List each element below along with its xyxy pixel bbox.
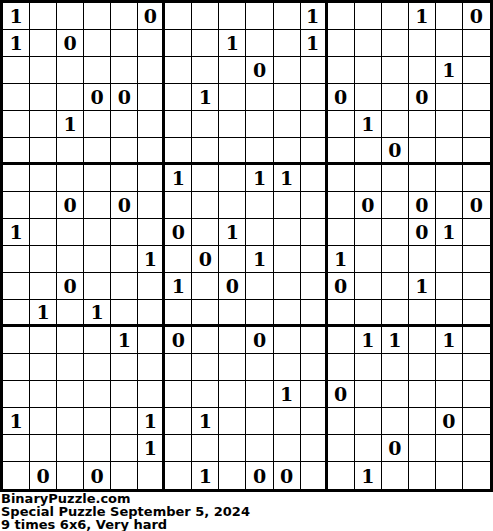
cell-r7c13[interactable]	[328, 165, 355, 192]
cell-r16c4[interactable]	[84, 408, 111, 435]
given-cell-r7c11[interactable]: 1	[274, 165, 301, 192]
cell-r7c17[interactable]	[436, 165, 463, 192]
cell-r8c11[interactable]	[274, 192, 301, 219]
given-cell-r13c5[interactable]: 1	[111, 327, 138, 354]
cell-r7c3[interactable]	[57, 165, 84, 192]
cell-r16c15[interactable]	[382, 408, 409, 435]
given-cell-r8c16[interactable]: 0	[409, 192, 436, 219]
given-cell-r3c17[interactable]: 1	[436, 57, 463, 84]
cell-r14c16[interactable]	[409, 354, 436, 381]
cell-r16c12[interactable]	[301, 408, 328, 435]
cell-r10c17[interactable]	[436, 246, 463, 273]
cell-r6c3[interactable]	[57, 138, 84, 165]
cell-r15c10[interactable]	[246, 381, 273, 408]
cell-r3c3[interactable]	[57, 57, 84, 84]
cell-r16c10[interactable]	[246, 408, 273, 435]
given-cell-r1c18[interactable]: 0	[463, 3, 490, 30]
cell-r2c13[interactable]	[328, 30, 355, 57]
given-cell-r4c13[interactable]: 0	[328, 84, 355, 111]
cell-r5c17[interactable]	[436, 111, 463, 138]
cell-r8c6[interactable]	[138, 192, 165, 219]
cell-r5c6[interactable]	[138, 111, 165, 138]
cell-r6c1[interactable]	[3, 138, 30, 165]
cell-r12c14[interactable]	[355, 300, 382, 327]
cell-r14c14[interactable]	[355, 354, 382, 381]
given-cell-r9c1[interactable]: 1	[3, 219, 30, 246]
cell-r12c12[interactable]	[301, 300, 328, 327]
given-cell-r8c18[interactable]: 0	[463, 192, 490, 219]
cell-r1c4[interactable]	[84, 3, 111, 30]
cell-r3c7[interactable]	[165, 57, 192, 84]
cell-r10c5[interactable]	[111, 246, 138, 273]
cell-r18c5[interactable]	[111, 462, 138, 489]
cell-r2c2[interactable]	[30, 30, 57, 57]
cell-r13c8[interactable]	[192, 327, 219, 354]
cell-r7c6[interactable]	[138, 165, 165, 192]
cell-r18c9[interactable]	[219, 462, 246, 489]
cell-r12c8[interactable]	[192, 300, 219, 327]
cell-r12c9[interactable]	[219, 300, 246, 327]
cell-r10c18[interactable]	[463, 246, 490, 273]
cell-r9c15[interactable]	[382, 219, 409, 246]
cell-r3c15[interactable]	[382, 57, 409, 84]
cell-r14c1[interactable]	[3, 354, 30, 381]
cell-r8c12[interactable]	[301, 192, 328, 219]
cell-r12c17[interactable]	[436, 300, 463, 327]
cell-r1c14[interactable]	[355, 3, 382, 30]
given-cell-r18c8[interactable]: 1	[192, 462, 219, 489]
cell-r1c10[interactable]	[246, 3, 273, 30]
given-cell-r9c16[interactable]: 0	[409, 219, 436, 246]
cell-r11c18[interactable]	[463, 273, 490, 300]
cell-r2c5[interactable]	[111, 30, 138, 57]
given-cell-r18c10[interactable]: 0	[246, 462, 273, 489]
given-cell-r13c17[interactable]: 1	[436, 327, 463, 354]
cell-r17c2[interactable]	[30, 435, 57, 462]
cell-r10c7[interactable]	[165, 246, 192, 273]
cell-r11c17[interactable]	[436, 273, 463, 300]
cell-r11c12[interactable]	[301, 273, 328, 300]
cell-r2c15[interactable]	[382, 30, 409, 57]
cell-r3c2[interactable]	[30, 57, 57, 84]
cell-r12c16[interactable]	[409, 300, 436, 327]
cell-r2c14[interactable]	[355, 30, 382, 57]
cell-r17c18[interactable]	[463, 435, 490, 462]
cell-r5c9[interactable]	[219, 111, 246, 138]
cell-r18c15[interactable]	[382, 462, 409, 489]
cell-r12c5[interactable]	[111, 300, 138, 327]
cell-r12c11[interactable]	[274, 300, 301, 327]
cell-r8c1[interactable]	[3, 192, 30, 219]
cell-r4c10[interactable]	[246, 84, 273, 111]
cell-r17c17[interactable]	[436, 435, 463, 462]
cell-r4c14[interactable]	[355, 84, 382, 111]
given-cell-r11c13[interactable]: 0	[328, 273, 355, 300]
cell-r12c7[interactable]	[165, 300, 192, 327]
given-cell-r4c5[interactable]: 0	[111, 84, 138, 111]
cell-r8c13[interactable]	[328, 192, 355, 219]
cell-r1c5[interactable]	[111, 3, 138, 30]
cell-r10c14[interactable]	[355, 246, 382, 273]
cell-r2c11[interactable]	[274, 30, 301, 57]
cell-r11c14[interactable]	[355, 273, 382, 300]
cell-r14c9[interactable]	[219, 354, 246, 381]
cell-r1c13[interactable]	[328, 3, 355, 30]
cell-r10c2[interactable]	[30, 246, 57, 273]
cell-r4c7[interactable]	[165, 84, 192, 111]
cell-r4c9[interactable]	[219, 84, 246, 111]
cell-r3c12[interactable]	[301, 57, 328, 84]
cell-r13c18[interactable]	[463, 327, 490, 354]
cell-r12c3[interactable]	[57, 300, 84, 327]
cell-r15c5[interactable]	[111, 381, 138, 408]
cell-r14c15[interactable]	[382, 354, 409, 381]
cell-r18c7[interactable]	[165, 462, 192, 489]
cell-r2c7[interactable]	[165, 30, 192, 57]
cell-r3c11[interactable]	[274, 57, 301, 84]
cell-r14c10[interactable]	[246, 354, 273, 381]
given-cell-r16c17[interactable]: 0	[436, 408, 463, 435]
cell-r2c4[interactable]	[84, 30, 111, 57]
cell-r18c16[interactable]	[409, 462, 436, 489]
cell-r3c1[interactable]	[3, 57, 30, 84]
cell-r16c16[interactable]	[409, 408, 436, 435]
cell-r9c5[interactable]	[111, 219, 138, 246]
cell-r8c4[interactable]	[84, 192, 111, 219]
cell-r15c15[interactable]	[382, 381, 409, 408]
given-cell-r16c8[interactable]: 1	[192, 408, 219, 435]
given-cell-r7c10[interactable]: 1	[246, 165, 273, 192]
cell-r14c8[interactable]	[192, 354, 219, 381]
cell-r6c11[interactable]	[274, 138, 301, 165]
cell-r5c4[interactable]	[84, 111, 111, 138]
cell-r14c17[interactable]	[436, 354, 463, 381]
cell-r6c17[interactable]	[436, 138, 463, 165]
cell-r11c5[interactable]	[111, 273, 138, 300]
cell-r17c1[interactable]	[3, 435, 30, 462]
cell-r5c15[interactable]	[382, 111, 409, 138]
cell-r6c16[interactable]	[409, 138, 436, 165]
cell-r12c10[interactable]	[246, 300, 273, 327]
cell-r4c2[interactable]	[30, 84, 57, 111]
cell-r8c7[interactable]	[165, 192, 192, 219]
cell-r7c12[interactable]	[301, 165, 328, 192]
cell-r14c12[interactable]	[301, 354, 328, 381]
cell-r11c8[interactable]	[192, 273, 219, 300]
cell-r18c6[interactable]	[138, 462, 165, 489]
given-cell-r9c9[interactable]: 1	[219, 219, 246, 246]
cell-r4c17[interactable]	[436, 84, 463, 111]
cell-r13c9[interactable]	[219, 327, 246, 354]
cell-r7c18[interactable]	[463, 165, 490, 192]
cell-r15c14[interactable]	[355, 381, 382, 408]
cell-r4c6[interactable]	[138, 84, 165, 111]
cell-r11c15[interactable]	[382, 273, 409, 300]
cell-r18c18[interactable]	[463, 462, 490, 489]
cell-r12c18[interactable]	[463, 300, 490, 327]
cell-r2c16[interactable]	[409, 30, 436, 57]
cell-r3c6[interactable]	[138, 57, 165, 84]
cell-r6c10[interactable]	[246, 138, 273, 165]
cell-r16c3[interactable]	[57, 408, 84, 435]
cell-r5c8[interactable]	[192, 111, 219, 138]
cell-r10c9[interactable]	[219, 246, 246, 273]
cell-r6c9[interactable]	[219, 138, 246, 165]
cell-r10c4[interactable]	[84, 246, 111, 273]
cell-r16c5[interactable]	[111, 408, 138, 435]
cell-r10c3[interactable]	[57, 246, 84, 273]
cell-r10c12[interactable]	[301, 246, 328, 273]
cell-r16c13[interactable]	[328, 408, 355, 435]
cell-r4c11[interactable]	[274, 84, 301, 111]
given-cell-r1c6[interactable]: 0	[138, 3, 165, 30]
given-cell-r2c1[interactable]: 1	[3, 30, 30, 57]
cell-r11c4[interactable]	[84, 273, 111, 300]
cell-r9c6[interactable]	[138, 219, 165, 246]
given-cell-r17c6[interactable]: 1	[138, 435, 165, 462]
cell-r13c16[interactable]	[409, 327, 436, 354]
cell-r14c4[interactable]	[84, 354, 111, 381]
cell-r7c5[interactable]	[111, 165, 138, 192]
cell-r7c15[interactable]	[382, 165, 409, 192]
cell-r16c7[interactable]	[165, 408, 192, 435]
given-cell-r10c8[interactable]: 0	[192, 246, 219, 273]
given-cell-r6c15[interactable]: 0	[382, 138, 409, 165]
given-cell-r9c7[interactable]: 0	[165, 219, 192, 246]
cell-r7c16[interactable]	[409, 165, 436, 192]
cell-r17c10[interactable]	[246, 435, 273, 462]
cell-r12c15[interactable]	[382, 300, 409, 327]
cell-r1c8[interactable]	[192, 3, 219, 30]
given-cell-r15c11[interactable]: 1	[274, 381, 301, 408]
cell-r12c13[interactable]	[328, 300, 355, 327]
cell-r3c13[interactable]	[328, 57, 355, 84]
cell-r13c12[interactable]	[301, 327, 328, 354]
cell-r5c13[interactable]	[328, 111, 355, 138]
cell-r15c2[interactable]	[30, 381, 57, 408]
given-cell-r2c9[interactable]: 1	[219, 30, 246, 57]
given-cell-r2c12[interactable]: 1	[301, 30, 328, 57]
cell-r8c2[interactable]	[30, 192, 57, 219]
cell-r4c18[interactable]	[463, 84, 490, 111]
cell-r2c17[interactable]	[436, 30, 463, 57]
cell-r9c14[interactable]	[355, 219, 382, 246]
cell-r5c5[interactable]	[111, 111, 138, 138]
cell-r7c14[interactable]	[355, 165, 382, 192]
cell-r16c11[interactable]	[274, 408, 301, 435]
cell-r7c1[interactable]	[3, 165, 30, 192]
cell-r15c8[interactable]	[192, 381, 219, 408]
cell-r10c11[interactable]	[274, 246, 301, 273]
given-cell-r16c6[interactable]: 1	[138, 408, 165, 435]
given-cell-r15c13[interactable]: 0	[328, 381, 355, 408]
cell-r14c11[interactable]	[274, 354, 301, 381]
cell-r17c9[interactable]	[219, 435, 246, 462]
cell-r1c9[interactable]	[219, 3, 246, 30]
cell-r8c15[interactable]	[382, 192, 409, 219]
given-cell-r1c12[interactable]: 1	[301, 3, 328, 30]
given-cell-r2c3[interactable]: 0	[57, 30, 84, 57]
cell-r10c16[interactable]	[409, 246, 436, 273]
given-cell-r13c15[interactable]: 1	[382, 327, 409, 354]
cell-r15c3[interactable]	[57, 381, 84, 408]
cell-r5c11[interactable]	[274, 111, 301, 138]
cell-r17c3[interactable]	[57, 435, 84, 462]
given-cell-r18c14[interactable]: 1	[355, 462, 382, 489]
given-cell-r17c15[interactable]: 0	[382, 435, 409, 462]
given-cell-r18c2[interactable]: 0	[30, 462, 57, 489]
given-cell-r11c9[interactable]: 0	[219, 273, 246, 300]
cell-r9c8[interactable]	[192, 219, 219, 246]
cell-r13c1[interactable]	[3, 327, 30, 354]
cell-r4c1[interactable]	[3, 84, 30, 111]
cell-r6c12[interactable]	[301, 138, 328, 165]
cell-r11c1[interactable]	[3, 273, 30, 300]
cell-r17c12[interactable]	[301, 435, 328, 462]
cell-r15c18[interactable]	[463, 381, 490, 408]
cell-r15c6[interactable]	[138, 381, 165, 408]
cell-r5c1[interactable]	[3, 111, 30, 138]
cell-r12c6[interactable]	[138, 300, 165, 327]
cell-r9c11[interactable]	[274, 219, 301, 246]
cell-r3c5[interactable]	[111, 57, 138, 84]
given-cell-r10c13[interactable]: 1	[328, 246, 355, 273]
cell-r15c1[interactable]	[3, 381, 30, 408]
cell-r9c13[interactable]	[328, 219, 355, 246]
given-cell-r11c7[interactable]: 1	[165, 273, 192, 300]
given-cell-r3c10[interactable]: 0	[246, 57, 273, 84]
cell-r14c3[interactable]	[57, 354, 84, 381]
cell-r17c13[interactable]	[328, 435, 355, 462]
cell-r6c13[interactable]	[328, 138, 355, 165]
given-cell-r11c3[interactable]: 0	[57, 273, 84, 300]
cell-r5c7[interactable]	[165, 111, 192, 138]
cell-r7c9[interactable]	[219, 165, 246, 192]
given-cell-r18c4[interactable]: 0	[84, 462, 111, 489]
given-cell-r10c6[interactable]: 1	[138, 246, 165, 273]
given-cell-r4c4[interactable]: 0	[84, 84, 111, 111]
cell-r1c15[interactable]	[382, 3, 409, 30]
cell-r11c2[interactable]	[30, 273, 57, 300]
cell-r10c15[interactable]	[382, 246, 409, 273]
given-cell-r7c7[interactable]: 1	[165, 165, 192, 192]
cell-r14c13[interactable]	[328, 354, 355, 381]
cell-r16c9[interactable]	[219, 408, 246, 435]
given-cell-r1c1[interactable]: 1	[3, 3, 30, 30]
cell-r4c12[interactable]	[301, 84, 328, 111]
given-cell-r4c8[interactable]: 1	[192, 84, 219, 111]
cell-r3c16[interactable]	[409, 57, 436, 84]
cell-r8c8[interactable]	[192, 192, 219, 219]
cell-r17c8[interactable]	[192, 435, 219, 462]
given-cell-r13c10[interactable]: 0	[246, 327, 273, 354]
cell-r3c9[interactable]	[219, 57, 246, 84]
cell-r6c2[interactable]	[30, 138, 57, 165]
cell-r14c5[interactable]	[111, 354, 138, 381]
cell-r18c3[interactable]	[57, 462, 84, 489]
given-cell-r8c3[interactable]: 0	[57, 192, 84, 219]
given-cell-r12c2[interactable]: 1	[30, 300, 57, 327]
cell-r17c14[interactable]	[355, 435, 382, 462]
given-cell-r18c11[interactable]: 0	[274, 462, 301, 489]
cell-r15c16[interactable]	[409, 381, 436, 408]
cell-r3c14[interactable]	[355, 57, 382, 84]
cell-r6c5[interactable]	[111, 138, 138, 165]
cell-r18c13[interactable]	[328, 462, 355, 489]
cell-r9c10[interactable]	[246, 219, 273, 246]
cell-r4c3[interactable]	[57, 84, 84, 111]
cell-r1c17[interactable]	[436, 3, 463, 30]
cell-r3c18[interactable]	[463, 57, 490, 84]
cell-r14c2[interactable]	[30, 354, 57, 381]
cell-r15c9[interactable]	[219, 381, 246, 408]
cell-r11c6[interactable]	[138, 273, 165, 300]
cell-r12c1[interactable]	[3, 300, 30, 327]
cell-r17c5[interactable]	[111, 435, 138, 462]
cell-r7c8[interactable]	[192, 165, 219, 192]
given-cell-r8c5[interactable]: 0	[111, 192, 138, 219]
cell-r1c11[interactable]	[274, 3, 301, 30]
cell-r18c17[interactable]	[436, 462, 463, 489]
cell-r13c2[interactable]	[30, 327, 57, 354]
cell-r3c8[interactable]	[192, 57, 219, 84]
cell-r7c4[interactable]	[84, 165, 111, 192]
cell-r6c8[interactable]	[192, 138, 219, 165]
given-cell-r10c10[interactable]: 1	[246, 246, 273, 273]
cell-r17c16[interactable]	[409, 435, 436, 462]
cell-r11c10[interactable]	[246, 273, 273, 300]
cell-r15c17[interactable]	[436, 381, 463, 408]
cell-r17c11[interactable]	[274, 435, 301, 462]
given-cell-r8c14[interactable]: 0	[355, 192, 382, 219]
cell-r17c7[interactable]	[165, 435, 192, 462]
given-cell-r9c17[interactable]: 1	[436, 219, 463, 246]
cell-r15c12[interactable]	[301, 381, 328, 408]
cell-r5c18[interactable]	[463, 111, 490, 138]
cell-r6c4[interactable]	[84, 138, 111, 165]
cell-r5c10[interactable]	[246, 111, 273, 138]
given-cell-r16c1[interactable]: 1	[3, 408, 30, 435]
cell-r9c3[interactable]	[57, 219, 84, 246]
cell-r8c9[interactable]	[219, 192, 246, 219]
given-cell-r1c16[interactable]: 1	[409, 3, 436, 30]
cell-r9c2[interactable]	[30, 219, 57, 246]
given-cell-r13c14[interactable]: 1	[355, 327, 382, 354]
cell-r5c12[interactable]	[301, 111, 328, 138]
cell-r6c6[interactable]	[138, 138, 165, 165]
cell-r13c6[interactable]	[138, 327, 165, 354]
cell-r13c11[interactable]	[274, 327, 301, 354]
cell-r4c15[interactable]	[382, 84, 409, 111]
cell-r8c17[interactable]	[436, 192, 463, 219]
cell-r15c7[interactable]	[165, 381, 192, 408]
cell-r16c18[interactable]	[463, 408, 490, 435]
cell-r9c4[interactable]	[84, 219, 111, 246]
cell-r15c4[interactable]	[84, 381, 111, 408]
cell-r9c12[interactable]	[301, 219, 328, 246]
cell-r5c2[interactable]	[30, 111, 57, 138]
cell-r18c12[interactable]	[301, 462, 328, 489]
given-cell-r4c16[interactable]: 0	[409, 84, 436, 111]
cell-r14c6[interactable]	[138, 354, 165, 381]
cell-r13c13[interactable]	[328, 327, 355, 354]
cell-r16c14[interactable]	[355, 408, 382, 435]
cell-r7c2[interactable]	[30, 165, 57, 192]
cell-r16c2[interactable]	[30, 408, 57, 435]
cell-r2c10[interactable]	[246, 30, 273, 57]
given-cell-r5c3[interactable]: 1	[57, 111, 84, 138]
given-cell-r13c7[interactable]: 0	[165, 327, 192, 354]
